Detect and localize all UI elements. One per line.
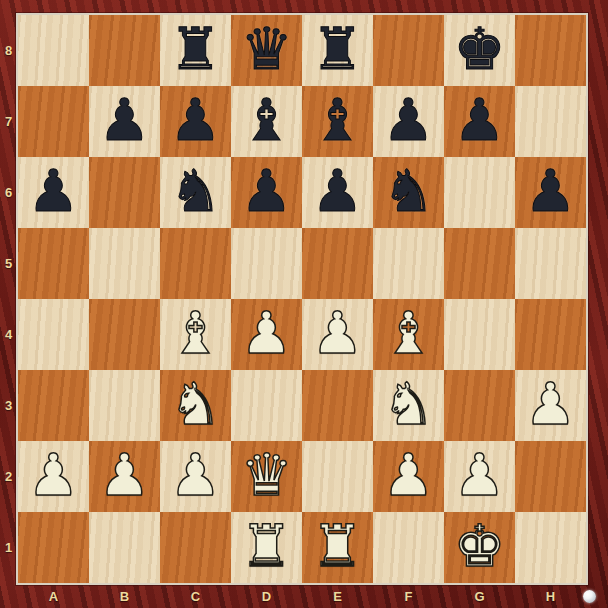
- piece-black-pawn: ♟: [99, 91, 151, 149]
- piece-white-pawn: ♟: [454, 446, 506, 504]
- square-a2[interactable]: ♟: [18, 441, 89, 512]
- piece-black-rook: ♜: [170, 20, 222, 78]
- square-c4[interactable]: ♝: [160, 299, 231, 370]
- file-label-a: A: [18, 585, 89, 607]
- square-g2[interactable]: ♟: [444, 441, 515, 512]
- piece-white-pawn: ♟: [383, 446, 435, 504]
- square-f8[interactable]: [373, 15, 444, 86]
- square-h4[interactable]: [515, 299, 586, 370]
- rank-label-1: 1: [0, 512, 17, 583]
- file-label-g: G: [444, 585, 515, 607]
- square-e8[interactable]: ♜: [302, 15, 373, 86]
- square-h2[interactable]: [515, 441, 586, 512]
- piece-black-queen: ♛: [241, 20, 293, 78]
- square-d2[interactable]: ♛: [231, 441, 302, 512]
- square-d1[interactable]: ♜: [231, 512, 302, 583]
- rank-label-7: 7: [0, 86, 17, 157]
- square-h6[interactable]: ♟: [515, 157, 586, 228]
- piece-black-pawn: ♟: [170, 91, 222, 149]
- square-c5[interactable]: [160, 228, 231, 299]
- piece-black-pawn: ♟: [454, 91, 506, 149]
- piece-white-king: ♚: [454, 517, 506, 575]
- chess-board-frame: ♜♛♜♚♟♟♝♝♟♟♟♞♟♟♞♟♝♟♟♝♞♞♟♟♟♟♛♟♟♜♜♚ 8765432…: [0, 0, 608, 608]
- square-e4[interactable]: ♟: [302, 299, 373, 370]
- square-h1[interactable]: [515, 512, 586, 583]
- square-g8[interactable]: ♚: [444, 15, 515, 86]
- piece-white-knight: ♞: [170, 375, 222, 433]
- rank-label-2: 2: [0, 441, 17, 512]
- square-c1[interactable]: [160, 512, 231, 583]
- square-f2[interactable]: ♟: [373, 441, 444, 512]
- rank-label-4: 4: [0, 299, 17, 370]
- square-a1[interactable]: [18, 512, 89, 583]
- square-a3[interactable]: [18, 370, 89, 441]
- square-a8[interactable]: [18, 15, 89, 86]
- square-e3[interactable]: [302, 370, 373, 441]
- square-b4[interactable]: [89, 299, 160, 370]
- piece-black-pawn: ♟: [525, 162, 577, 220]
- square-g7[interactable]: ♟: [444, 86, 515, 157]
- piece-white-pawn: ♟: [525, 375, 577, 433]
- square-a6[interactable]: ♟: [18, 157, 89, 228]
- piece-white-pawn: ♟: [99, 446, 151, 504]
- piece-white-knight: ♞: [383, 375, 435, 433]
- piece-white-rook: ♜: [312, 517, 364, 575]
- square-c6[interactable]: ♞: [160, 157, 231, 228]
- square-f6[interactable]: ♞: [373, 157, 444, 228]
- square-c3[interactable]: ♞: [160, 370, 231, 441]
- square-b6[interactable]: [89, 157, 160, 228]
- file-label-h: H: [515, 585, 586, 607]
- square-c2[interactable]: ♟: [160, 441, 231, 512]
- square-f5[interactable]: [373, 228, 444, 299]
- piece-black-king: ♚: [454, 20, 506, 78]
- square-a5[interactable]: [18, 228, 89, 299]
- square-e7[interactable]: ♝: [302, 86, 373, 157]
- square-e5[interactable]: [302, 228, 373, 299]
- square-h3[interactable]: ♟: [515, 370, 586, 441]
- square-d4[interactable]: ♟: [231, 299, 302, 370]
- square-b1[interactable]: [89, 512, 160, 583]
- file-label-b: B: [89, 585, 160, 607]
- piece-white-pawn: ♟: [312, 304, 364, 362]
- square-g5[interactable]: [444, 228, 515, 299]
- chess-board: ♜♛♜♚♟♟♝♝♟♟♟♞♟♟♞♟♝♟♟♝♞♞♟♟♟♟♛♟♟♜♜♚: [16, 13, 588, 585]
- square-a4[interactable]: [18, 299, 89, 370]
- square-b2[interactable]: ♟: [89, 441, 160, 512]
- piece-black-pawn: ♟: [28, 162, 80, 220]
- square-g3[interactable]: [444, 370, 515, 441]
- piece-white-pawn: ♟: [241, 304, 293, 362]
- square-d3[interactable]: [231, 370, 302, 441]
- square-b3[interactable]: [89, 370, 160, 441]
- piece-black-knight: ♞: [170, 162, 222, 220]
- rank-label-8: 8: [0, 15, 17, 86]
- file-label-d: D: [231, 585, 302, 607]
- square-c7[interactable]: ♟: [160, 86, 231, 157]
- square-e6[interactable]: ♟: [302, 157, 373, 228]
- piece-white-rook: ♜: [241, 517, 293, 575]
- square-b5[interactable]: [89, 228, 160, 299]
- square-d8[interactable]: ♛: [231, 15, 302, 86]
- square-d5[interactable]: [231, 228, 302, 299]
- square-d7[interactable]: ♝: [231, 86, 302, 157]
- square-f3[interactable]: ♞: [373, 370, 444, 441]
- file-label-f: F: [373, 585, 444, 607]
- piece-black-pawn: ♟: [383, 91, 435, 149]
- square-g4[interactable]: [444, 299, 515, 370]
- piece-white-pawn: ♟: [170, 446, 222, 504]
- rank-label-6: 6: [0, 157, 17, 228]
- piece-black-pawn: ♟: [241, 162, 293, 220]
- piece-white-bishop: ♝: [170, 304, 222, 362]
- square-g1[interactable]: ♚: [444, 512, 515, 583]
- piece-white-bishop: ♝: [383, 304, 435, 362]
- square-e2[interactable]: [302, 441, 373, 512]
- piece-black-rook: ♜: [312, 20, 364, 78]
- piece-black-bishop: ♝: [241, 91, 293, 149]
- white-to-move-indicator: [583, 590, 596, 603]
- square-e1[interactable]: ♜: [302, 512, 373, 583]
- square-f4[interactable]: ♝: [373, 299, 444, 370]
- square-h7[interactable]: [515, 86, 586, 157]
- piece-black-pawn: ♟: [312, 162, 364, 220]
- piece-white-pawn: ♟: [28, 446, 80, 504]
- piece-white-queen: ♛: [241, 446, 293, 504]
- square-a7[interactable]: [18, 86, 89, 157]
- square-b7[interactable]: ♟: [89, 86, 160, 157]
- square-g6[interactable]: [444, 157, 515, 228]
- square-d6[interactable]: ♟: [231, 157, 302, 228]
- piece-black-knight: ♞: [383, 162, 435, 220]
- file-label-e: E: [302, 585, 373, 607]
- square-h8[interactable]: [515, 15, 586, 86]
- square-f1[interactable]: [373, 512, 444, 583]
- square-b8[interactable]: [89, 15, 160, 86]
- piece-black-bishop: ♝: [312, 91, 364, 149]
- rank-label-5: 5: [0, 228, 17, 299]
- square-h5[interactable]: [515, 228, 586, 299]
- square-c8[interactable]: ♜: [160, 15, 231, 86]
- file-label-c: C: [160, 585, 231, 607]
- rank-label-3: 3: [0, 370, 17, 441]
- square-f7[interactable]: ♟: [373, 86, 444, 157]
